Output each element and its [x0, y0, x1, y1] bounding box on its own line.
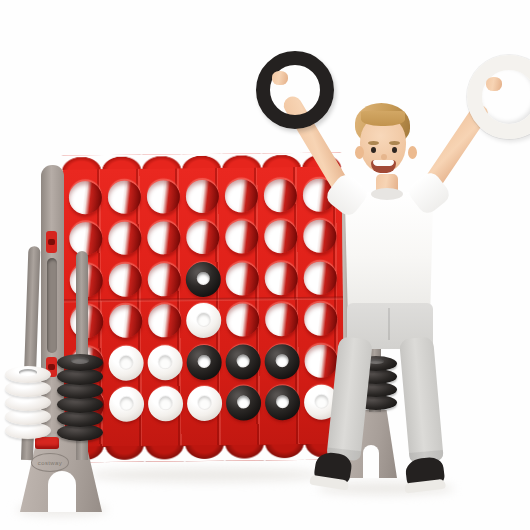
boy-tshirt-collar [371, 188, 403, 200]
sneaker-sole [404, 479, 446, 494]
boy-jeans-right-leg [399, 337, 444, 463]
boy-jeans-left-leg [326, 336, 373, 461]
boy-eye-right [392, 147, 397, 153]
boy-sneaker-right [404, 456, 445, 490]
boy-ear-right [408, 146, 417, 159]
boy-right-hand-fingers [486, 77, 502, 91]
boy-hair-fringe [361, 111, 405, 126]
boy-left-hand-fingers [272, 71, 288, 85]
product-photo-scene: costway [0, 0, 530, 530]
boy-ear-left [355, 146, 364, 159]
sneaker-sole [309, 475, 349, 491]
boy-eyebrow-left [368, 141, 379, 145]
boy-eye-left [371, 147, 376, 153]
held-black-ring [256, 51, 334, 129]
boy-eyebrow-right [389, 141, 400, 145]
boy-smile [371, 160, 396, 173]
